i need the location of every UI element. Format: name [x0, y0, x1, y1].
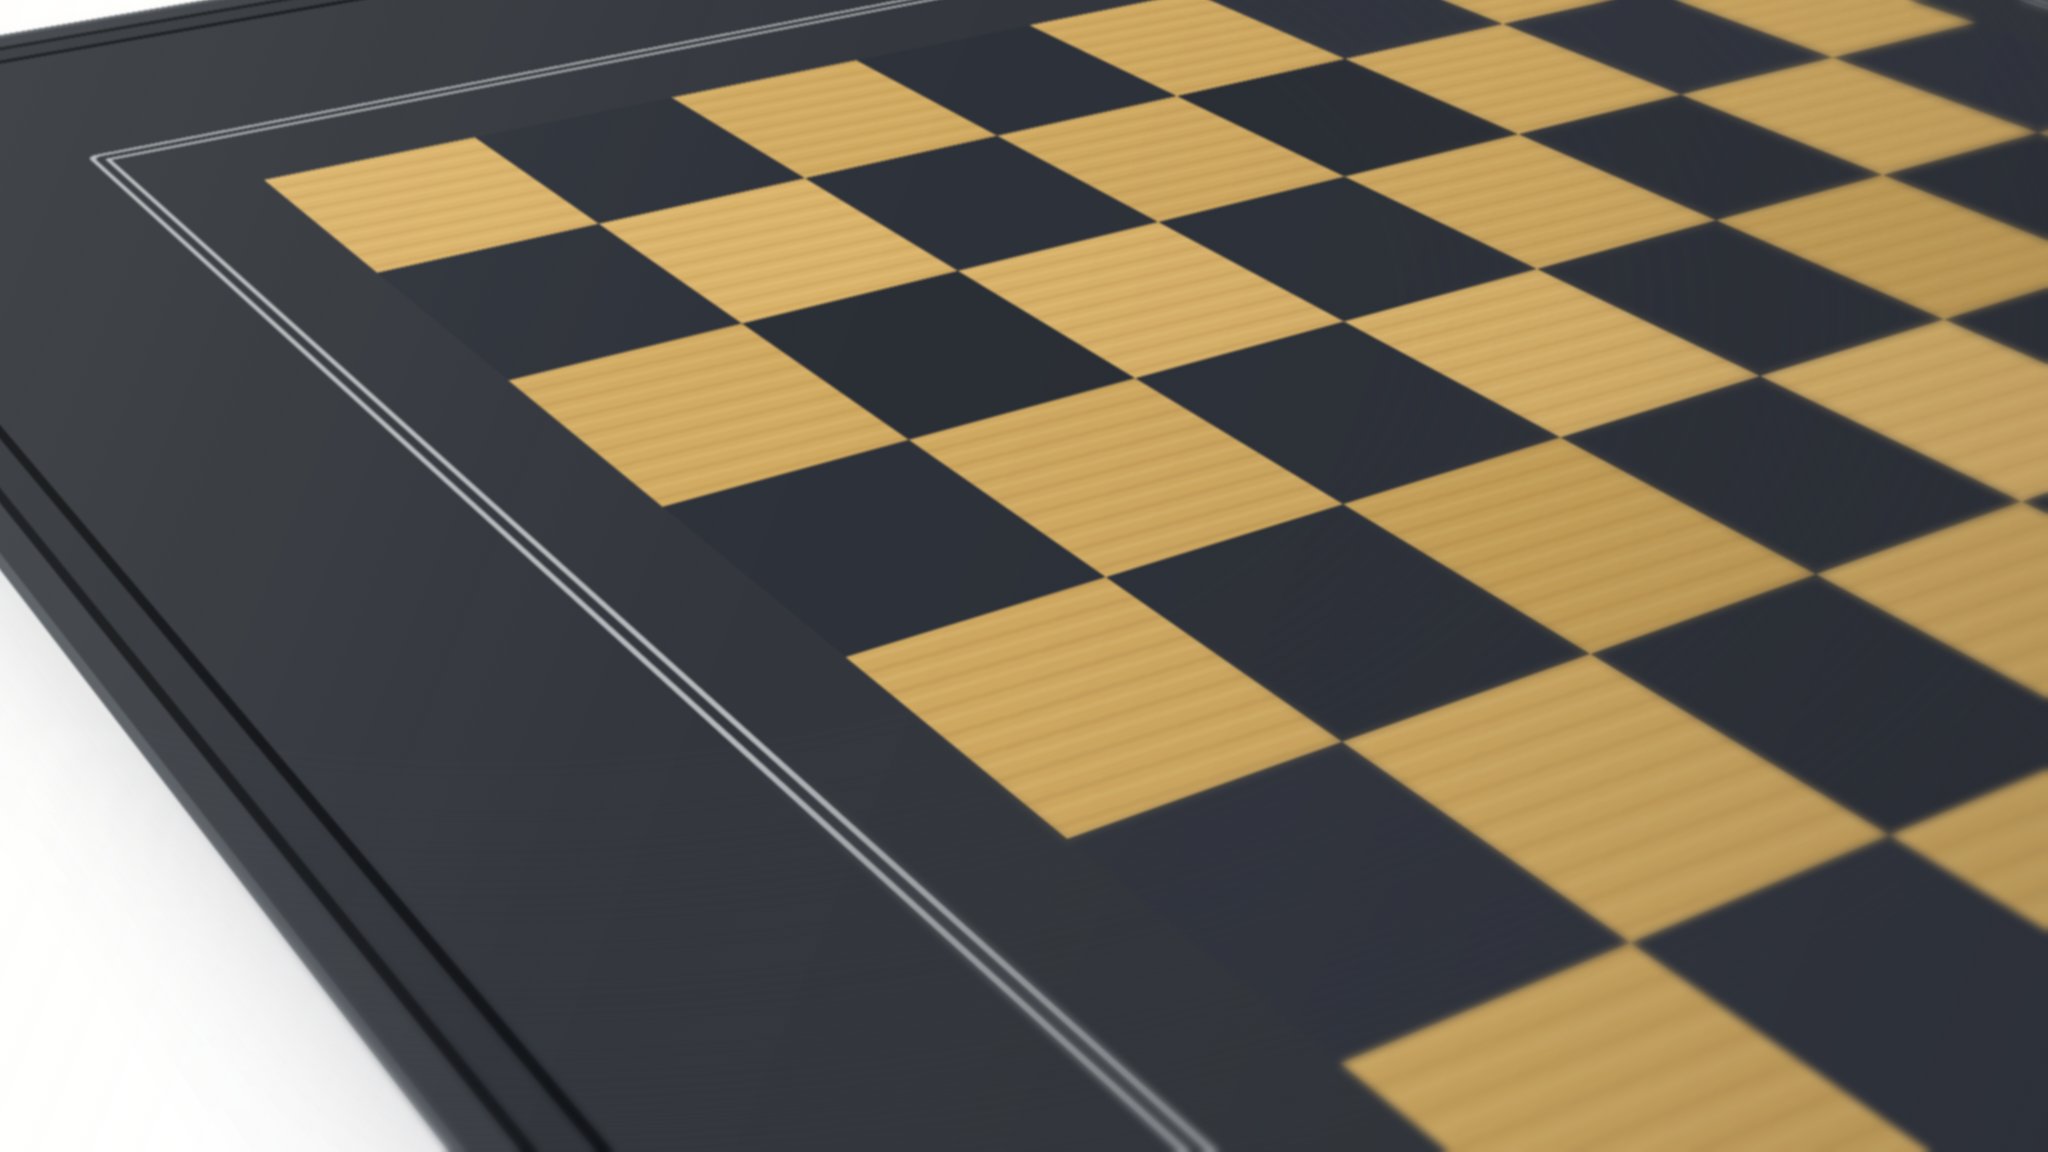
chess-board: [0, 0, 2048, 1152]
playing-field: [264, 0, 2048, 1152]
chessboard-scene: [0, 0, 2048, 1152]
chessboard-photo: [0, 0, 2048, 1152]
